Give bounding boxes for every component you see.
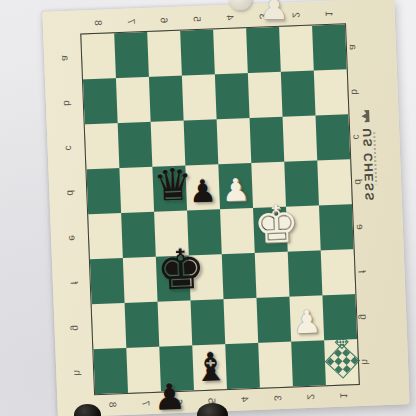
us-chess-crown-icon (357, 108, 376, 124)
offboard-white-pawn[interactable]: ♟ (256, 0, 292, 24)
black-bishop-h5[interactable]: ♝ (192, 347, 226, 387)
file-label: f (354, 265, 368, 278)
file-label: a (58, 51, 72, 64)
rank-label: 1 (321, 8, 335, 21)
file-label: h (358, 355, 372, 368)
rank-label: 8 (90, 17, 104, 30)
offboard-black-pawn[interactable]: ♟ (153, 379, 187, 416)
rank-label: 8 (105, 398, 119, 411)
us-chess-brand: US CHESS (357, 108, 379, 225)
rank-label: 7 (123, 15, 137, 28)
file-label: g (356, 310, 370, 323)
white-pawn-g2[interactable]: ♟ (290, 305, 324, 338)
file-label: b (60, 96, 74, 109)
rank-label: 4 (237, 393, 251, 406)
rank-label: 6 (156, 14, 170, 27)
table-surface: 8 7 6 5 4 3 2 1 8 7 6 5 4 3 2 1 a b c d … (0, 0, 416, 416)
file-label: a (346, 40, 360, 53)
file-label: b (347, 85, 361, 98)
file-label: d (63, 186, 77, 199)
rank-label: 5 (189, 13, 203, 26)
file-label: c (61, 141, 75, 154)
rank-label: 4 (222, 11, 236, 24)
rank-label: 2 (303, 391, 317, 404)
black-king-f6[interactable]: ♚ (155, 242, 190, 298)
white-pawn-d4[interactable]: ♟ (219, 174, 253, 206)
black-pawn-d5[interactable]: ♟ (186, 175, 220, 207)
file-label: g (68, 321, 82, 334)
file-label: f (67, 276, 81, 289)
black-queen-d6[interactable]: ♛ (152, 163, 187, 208)
file-label: h (70, 366, 84, 379)
white-king-e3[interactable]: ♚ (253, 199, 288, 251)
rank-label: 1 (336, 389, 350, 402)
rank-label: 7 (138, 397, 152, 410)
file-label: e (65, 231, 79, 244)
rank-label: 3 (270, 392, 284, 405)
vinyl-chess-mat: 8 7 6 5 4 3 2 1 8 7 6 5 4 3 2 1 a b c d … (42, 0, 409, 416)
